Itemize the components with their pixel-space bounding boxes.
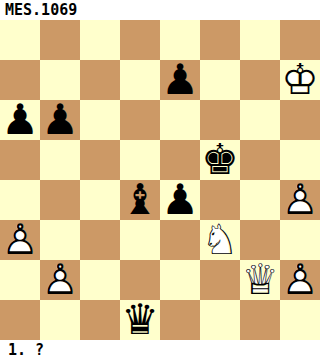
piece-glyph: ♟ xyxy=(161,180,199,220)
square-g5[interactable] xyxy=(240,140,280,180)
square-h8[interactable] xyxy=(280,20,320,60)
chess-puzzle-app: MES.1069 ♟♚♔♟♟♚♝♟♟♙♟♙♞♘♟♙♛♕♟♙♛ 1. ? xyxy=(0,0,320,360)
square-d1[interactable]: ♛ xyxy=(120,300,160,340)
square-b7[interactable] xyxy=(40,60,80,100)
square-b5[interactable] xyxy=(40,140,80,180)
square-c8[interactable] xyxy=(80,20,120,60)
white-pawn[interactable]: ♟♙ xyxy=(280,180,320,220)
square-e2[interactable] xyxy=(160,260,200,300)
square-a4[interactable] xyxy=(0,180,40,220)
black-king[interactable]: ♚ xyxy=(200,140,240,180)
square-c4[interactable] xyxy=(80,180,120,220)
white-pawn[interactable]: ♟♙ xyxy=(0,220,40,260)
piece-outline-glyph: ♔ xyxy=(281,60,319,100)
square-b3[interactable] xyxy=(40,220,80,260)
square-b2[interactable]: ♟♙ xyxy=(40,260,80,300)
square-a8[interactable] xyxy=(0,20,40,60)
square-e4[interactable]: ♟ xyxy=(160,180,200,220)
piece-glyph: ♟ xyxy=(41,100,79,140)
square-d4[interactable]: ♝ xyxy=(120,180,160,220)
square-f4[interactable] xyxy=(200,180,240,220)
square-b4[interactable] xyxy=(40,180,80,220)
square-f2[interactable] xyxy=(200,260,240,300)
black-pawn[interactable]: ♟ xyxy=(160,180,200,220)
square-g7[interactable] xyxy=(240,60,280,100)
square-e8[interactable] xyxy=(160,20,200,60)
square-c3[interactable] xyxy=(80,220,120,260)
square-f1[interactable] xyxy=(200,300,240,340)
piece-outline-glyph: ♙ xyxy=(41,260,79,300)
square-g1[interactable] xyxy=(240,300,280,340)
move-prompt: 1. ? xyxy=(0,340,320,360)
black-pawn[interactable]: ♟ xyxy=(160,60,200,100)
square-g4[interactable] xyxy=(240,180,280,220)
white-queen[interactable]: ♛♕ xyxy=(240,260,280,300)
square-c2[interactable] xyxy=(80,260,120,300)
white-king[interactable]: ♚♔ xyxy=(280,60,320,100)
white-pawn[interactable]: ♟♙ xyxy=(40,260,80,300)
square-h1[interactable] xyxy=(280,300,320,340)
square-d8[interactable] xyxy=(120,20,160,60)
square-b8[interactable] xyxy=(40,20,80,60)
square-a7[interactable] xyxy=(0,60,40,100)
square-h5[interactable] xyxy=(280,140,320,180)
piece-outline-glyph: ♘ xyxy=(201,220,239,260)
square-g3[interactable] xyxy=(240,220,280,260)
piece-outline-glyph: ♙ xyxy=(1,220,39,260)
square-a3[interactable]: ♟♙ xyxy=(0,220,40,260)
square-h3[interactable] xyxy=(280,220,320,260)
piece-glyph: ♟ xyxy=(1,100,39,140)
square-c7[interactable] xyxy=(80,60,120,100)
square-d7[interactable] xyxy=(120,60,160,100)
square-b1[interactable] xyxy=(40,300,80,340)
square-e1[interactable] xyxy=(160,300,200,340)
square-e3[interactable] xyxy=(160,220,200,260)
piece-outline-glyph: ♙ xyxy=(281,180,319,220)
square-g8[interactable] xyxy=(240,20,280,60)
piece-outline-glyph: ♙ xyxy=(281,260,319,300)
square-h7[interactable]: ♚♔ xyxy=(280,60,320,100)
square-h4[interactable]: ♟♙ xyxy=(280,180,320,220)
white-knight[interactable]: ♞♘ xyxy=(200,220,240,260)
piece-outline-glyph: ♕ xyxy=(241,260,279,300)
square-e5[interactable] xyxy=(160,140,200,180)
square-g6[interactable] xyxy=(240,100,280,140)
square-d6[interactable] xyxy=(120,100,160,140)
chess-board: ♟♚♔♟♟♚♝♟♟♙♟♙♞♘♟♙♛♕♟♙♛ xyxy=(0,20,320,340)
black-queen[interactable]: ♛ xyxy=(120,300,160,340)
piece-glyph: ♟ xyxy=(161,60,199,100)
square-h6[interactable] xyxy=(280,100,320,140)
square-c5[interactable] xyxy=(80,140,120,180)
square-a1[interactable] xyxy=(0,300,40,340)
square-d2[interactable] xyxy=(120,260,160,300)
square-a2[interactable] xyxy=(0,260,40,300)
piece-glyph: ♝ xyxy=(121,180,159,220)
puzzle-title: MES.1069 xyxy=(0,0,320,20)
square-h2[interactable]: ♟♙ xyxy=(280,260,320,300)
square-d5[interactable] xyxy=(120,140,160,180)
square-c1[interactable] xyxy=(80,300,120,340)
square-f7[interactable] xyxy=(200,60,240,100)
square-c6[interactable] xyxy=(80,100,120,140)
black-pawn[interactable]: ♟ xyxy=(40,100,80,140)
square-a6[interactable]: ♟ xyxy=(0,100,40,140)
black-bishop[interactable]: ♝ xyxy=(120,180,160,220)
square-d3[interactable] xyxy=(120,220,160,260)
square-f5[interactable]: ♚ xyxy=(200,140,240,180)
square-g2[interactable]: ♛♕ xyxy=(240,260,280,300)
square-f3[interactable]: ♞♘ xyxy=(200,220,240,260)
square-b6[interactable]: ♟ xyxy=(40,100,80,140)
square-a5[interactable] xyxy=(0,140,40,180)
square-f8[interactable] xyxy=(200,20,240,60)
square-f6[interactable] xyxy=(200,100,240,140)
piece-glyph: ♚ xyxy=(201,140,239,180)
white-pawn[interactable]: ♟♙ xyxy=(280,260,320,300)
square-e7[interactable]: ♟ xyxy=(160,60,200,100)
square-e6[interactable] xyxy=(160,100,200,140)
piece-glyph: ♛ xyxy=(121,300,159,340)
black-pawn[interactable]: ♟ xyxy=(0,100,40,140)
